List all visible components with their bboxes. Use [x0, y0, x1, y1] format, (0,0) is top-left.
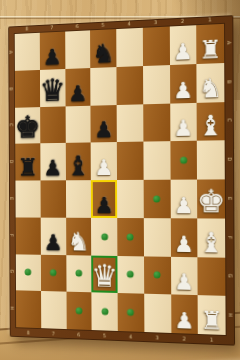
- square-b5[interactable]: [90, 67, 116, 105]
- legal-move-dot-f5[interactable]: [101, 233, 108, 240]
- square-f2[interactable]: ♟: [170, 218, 197, 257]
- square-d6[interactable]: ♝: [65, 143, 91, 181]
- square-d2[interactable]: [170, 141, 197, 180]
- square-f5[interactable]: [91, 218, 117, 256]
- square-d3[interactable]: [143, 141, 170, 179]
- legal-move-dot-h6[interactable]: [76, 307, 83, 314]
- black-bishop-d6[interactable]: ♝: [67, 152, 90, 179]
- square-c5[interactable]: ♟: [91, 105, 117, 143]
- square-e3[interactable]: [143, 180, 170, 218]
- square-b6[interactable]: ♟: [65, 68, 91, 106]
- frame-label-left-A: A: [9, 50, 14, 54]
- square-h7[interactable]: [41, 291, 66, 329]
- square-d1[interactable]: [197, 141, 225, 180]
- frame-label-top-3: 3: [154, 20, 157, 25]
- white-pawn-b2[interactable]: ♟: [173, 79, 193, 102]
- frame-label-right-C: C: [227, 119, 232, 123]
- square-a4[interactable]: [116, 28, 143, 67]
- square-g2[interactable]: ♟: [171, 256, 198, 295]
- square-h8[interactable]: [16, 291, 41, 329]
- square-c3[interactable]: [143, 103, 170, 142]
- frame-label-top-2: 2: [181, 19, 184, 24]
- square-b1[interactable]: ♞: [197, 63, 225, 103]
- legal-move-dot-f4[interactable]: [127, 233, 134, 240]
- frame-label-right-D: D: [227, 157, 232, 161]
- frame-label-right-H: H: [228, 313, 233, 317]
- square-a1[interactable]: ♜: [196, 24, 224, 64]
- square-f3[interactable]: [144, 218, 171, 256]
- square-e2[interactable]: ♟: [170, 180, 197, 219]
- white-pawn-e2[interactable]: ♟: [174, 195, 194, 217]
- square-h4[interactable]: [118, 293, 145, 332]
- frame-label-top-4: 4: [127, 21, 130, 26]
- square-c1[interactable]: ♝: [197, 102, 225, 141]
- square-f8[interactable]: [16, 217, 41, 254]
- square-a5[interactable]: ♞: [90, 29, 116, 68]
- square-c2[interactable]: ♟: [170, 102, 197, 141]
- white-king-e1[interactable]: ♚: [197, 185, 226, 217]
- frame-label-right-B: B: [227, 80, 232, 84]
- square-d4[interactable]: [117, 142, 144, 180]
- square-c6[interactable]: [65, 105, 91, 143]
- square-h6[interactable]: [66, 292, 92, 330]
- legal-move-dot-e3[interactable]: [153, 195, 160, 202]
- square-e6[interactable]: [65, 180, 91, 217]
- frame-label-bottom-8: 8: [27, 331, 30, 336]
- white-pawn-c2[interactable]: ♟: [173, 118, 193, 141]
- square-a7[interactable]: ♟: [40, 32, 65, 70]
- square-b8[interactable]: [15, 70, 40, 108]
- black-pawn-a7[interactable]: ♟: [43, 46, 62, 68]
- frame-label-bottom-5: 5: [103, 333, 106, 338]
- black-pawn-e5[interactable]: ♟: [95, 195, 114, 217]
- legal-move-dot-h4[interactable]: [127, 309, 134, 316]
- square-c8[interactable]: ♚: [15, 107, 40, 144]
- square-e8[interactable]: [15, 180, 40, 217]
- square-a8[interactable]: [15, 33, 40, 71]
- square-b2[interactable]: ♟: [170, 64, 197, 103]
- square-f6[interactable]: ♞: [66, 217, 92, 255]
- frame-label-top-1: 1: [208, 17, 211, 22]
- frame-label-bottom-6: 6: [77, 332, 80, 337]
- square-e4[interactable]: [117, 180, 144, 218]
- square-d8[interactable]: ♜: [15, 144, 40, 181]
- square-f4[interactable]: [117, 218, 144, 256]
- black-knight-a5[interactable]: ♞: [92, 40, 115, 67]
- square-h5[interactable]: [92, 293, 118, 331]
- frame-label-top-5: 5: [101, 23, 104, 28]
- square-e7[interactable]: [40, 180, 65, 217]
- white-rook-a1[interactable]: ♜: [199, 36, 222, 63]
- frame-label-left-D: D: [9, 160, 14, 164]
- frame-label-left-C: C: [9, 123, 14, 126]
- square-g7[interactable]: [41, 254, 66, 292]
- frame-label-top-7: 7: [50, 25, 53, 30]
- frame-label-left-H: H: [10, 306, 15, 310]
- square-a6[interactable]: [65, 30, 91, 68]
- square-g5[interactable]: ♛: [91, 255, 117, 293]
- legal-move-dot-g6[interactable]: [75, 270, 82, 277]
- white-knight-b1[interactable]: ♞: [198, 74, 222, 101]
- frame-label-right-G: G: [228, 274, 233, 278]
- square-g8[interactable]: [16, 254, 41, 291]
- square-e1[interactable]: ♚: [197, 179, 225, 218]
- square-a3[interactable]: [143, 27, 170, 66]
- white-rook-h1[interactable]: ♜: [200, 307, 223, 333]
- square-h3[interactable]: [144, 294, 171, 333]
- black-pawn-b6[interactable]: ♟: [68, 83, 87, 105]
- legal-move-dot-g8[interactable]: [25, 269, 32, 276]
- frame-label-left-F: F: [9, 234, 14, 237]
- white-pawn-a2[interactable]: ♟: [173, 40, 193, 63]
- black-pawn-c5[interactable]: ♟: [94, 119, 113, 141]
- frame-label-bottom-4: 4: [129, 334, 132, 339]
- square-g4[interactable]: [117, 255, 144, 293]
- square-a2[interactable]: ♟: [169, 25, 196, 65]
- black-rook-d8[interactable]: ♜: [17, 155, 38, 180]
- legal-move-dot-g4[interactable]: [127, 271, 134, 278]
- frame-label-left-E: E: [9, 197, 14, 200]
- white-pawn-h2[interactable]: ♟: [174, 310, 194, 333]
- square-h2[interactable]: ♟: [171, 295, 198, 334]
- white-queen-g5[interactable]: ♛: [91, 261, 118, 292]
- square-h1[interactable]: ♜: [198, 295, 226, 335]
- white-pawn-f2[interactable]: ♟: [174, 233, 194, 256]
- square-b7[interactable]: ♛: [40, 69, 65, 107]
- square-b3[interactable]: [143, 65, 170, 104]
- white-bishop-f1[interactable]: ♝: [199, 228, 224, 256]
- legal-move-dot-g7[interactable]: [50, 270, 57, 277]
- frame-label-bottom-7: 7: [52, 331, 55, 336]
- legal-move-dot-g3[interactable]: [154, 272, 161, 279]
- legal-move-dot-d2[interactable]: [180, 157, 187, 164]
- square-g1[interactable]: [198, 257, 226, 296]
- square-d5[interactable]: ♟: [91, 142, 117, 180]
- frame-label-bottom-3: 3: [155, 335, 158, 340]
- frame-label-bottom-1: 1: [210, 337, 213, 342]
- frame-label-right-F: F: [227, 236, 232, 239]
- white-pawn-d5[interactable]: ♟: [94, 157, 113, 179]
- square-b4[interactable]: [116, 66, 143, 105]
- frame-label-right-A: A: [226, 41, 231, 45]
- black-king-c8[interactable]: ♚: [15, 112, 41, 143]
- frame-label-top-8: 8: [25, 27, 28, 32]
- black-pawn-f7[interactable]: ♟: [44, 232, 63, 254]
- square-e5[interactable]: ♟: [91, 180, 117, 218]
- white-bishop-c1[interactable]: ♝: [198, 112, 223, 140]
- square-g3[interactable]: [144, 256, 171, 295]
- chess-board-3d-wrapper: 8765432187654321ABCDEFGHABCDEFGH ♟♞♟♜♛♟♟…: [8, 15, 235, 346]
- square-c4[interactable]: [117, 104, 144, 142]
- square-g6[interactable]: [66, 255, 92, 293]
- white-pawn-g2[interactable]: ♟: [174, 271, 194, 294]
- black-pawn-d7[interactable]: ♟: [43, 158, 62, 180]
- square-d7[interactable]: ♟: [40, 143, 65, 180]
- legal-move-dot-h5[interactable]: [101, 308, 108, 315]
- chess-scene: 8765432187654321ABCDEFGHABCDEFGH ♟♞♟♜♛♟♟…: [0, 0, 240, 360]
- square-f1[interactable]: ♝: [197, 218, 225, 257]
- square-f7[interactable]: ♟: [40, 217, 65, 254]
- frame-label-left-G: G: [10, 270, 15, 274]
- frame-label-left-B: B: [9, 87, 14, 90]
- frame-label-bottom-2: 2: [182, 336, 185, 341]
- square-c7[interactable]: [40, 106, 65, 144]
- white-knight-f6[interactable]: ♞: [67, 228, 89, 254]
- black-queen-b7[interactable]: ♛: [39, 74, 65, 105]
- frame-label-top-6: 6: [76, 24, 79, 29]
- frame-label-right-E: E: [227, 197, 232, 200]
- chess-board[interactable]: ♟♞♟♜♛♟♟♞♚♟♟♝♜♟♝♟♟♟♚♟♞♟♝♛♟♟♜: [15, 24, 226, 335]
